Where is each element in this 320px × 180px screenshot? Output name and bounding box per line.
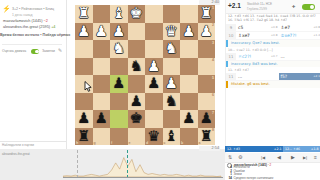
black-clock: 2:54	[199, 146, 220, 151]
move-white[interactable]: ♕c2?!+0.7	[236, 53, 279, 60]
engine-name: Stockfish 11+ HCE	[247, 2, 272, 6]
square[interactable]: ♚	[128, 5, 146, 23]
square[interactable]	[145, 23, 163, 41]
settings-button[interactable]: ⚙	[238, 154, 242, 161]
pencil-icon[interactable]: ✎	[58, 47, 62, 53]
engine-eval: +2.1	[228, 2, 241, 9]
square[interactable]: ♝c	[163, 128, 181, 146]
best-move-white[interactable]: 12. ♗d3+2.1	[225, 146, 283, 152]
file-label: g	[94, 141, 96, 145]
square[interactable]: ♚	[128, 110, 146, 128]
white-rook: ♜	[75, 5, 93, 23]
eval-graph[interactable]	[63, 150, 223, 178]
white-pawn: ♟	[110, 23, 128, 41]
black-king: ♚	[128, 110, 146, 128]
square[interactable]: ♟	[110, 23, 128, 41]
white-pawn: ♟	[180, 23, 198, 41]
white-clock: 2:40	[199, 0, 220, 5]
move-list: 9 c5+0.8 ♗e7+0.8 10 ♗xe7+0.8 ♔xe7?!+1.4 …	[226, 24, 320, 88]
square[interactable]	[128, 23, 146, 41]
black-pawn: ♟	[110, 75, 128, 93]
square[interactable]	[110, 58, 128, 76]
rank-label: 2	[212, 23, 214, 27]
square[interactable]: ♟	[145, 58, 163, 76]
square[interactable]: ♞	[128, 58, 146, 76]
rank-label: 1	[212, 6, 214, 10]
white-knight: ♞	[163, 40, 181, 58]
white-bishop: ♝	[110, 5, 128, 23]
graph-current-move-marker	[127, 150, 128, 178]
rank-label: 8	[212, 128, 214, 132]
square[interactable]: ♟	[145, 75, 163, 93]
analysis-page: ⚡ 3+2 • Рейтинговая • Блиц 1 день назад …	[0, 0, 320, 180]
square[interactable]	[180, 93, 198, 111]
square[interactable]: ♟	[75, 23, 93, 41]
square[interactable]: ♞	[163, 93, 181, 111]
white-pawn: ♟	[93, 23, 111, 41]
white-pawn: ♟	[145, 58, 163, 76]
move-row: 11 ... f5?+2.1	[226, 73, 320, 81]
square[interactable]: ♟7	[198, 110, 216, 128]
white-king: ♚	[128, 5, 146, 23]
square[interactable]	[163, 58, 181, 76]
square[interactable]: ♜	[75, 5, 93, 23]
menu-button[interactable]: ≡	[314, 154, 317, 161]
square[interactable]: ♞	[163, 40, 181, 58]
graph-baseline	[63, 177, 223, 178]
file-label: f	[111, 141, 112, 145]
square[interactable]: ♝	[110, 5, 128, 23]
square[interactable]: ♟	[93, 110, 111, 128]
rank-label: 6	[212, 93, 214, 97]
square[interactable]	[93, 93, 111, 111]
square[interactable]: ♟	[93, 23, 111, 41]
game-date: 1 день назад	[12, 13, 32, 17]
square[interactable]: ♟	[75, 110, 93, 128]
black-pawn: ♟	[145, 75, 163, 93]
square[interactable]	[163, 110, 181, 128]
threat-icon[interactable]: ✚	[292, 4, 295, 9]
move-row: 9 c5+0.8 ♗e7+0.8	[226, 24, 320, 32]
file-label: e	[129, 141, 131, 145]
black-pawn: ♟	[75, 110, 93, 128]
square[interactable]: f	[110, 128, 128, 146]
chess-board[interactable]: ♜♝♚♜1♟♟♟♛♟♟2♞♞3♞♟4♟♟♟5♟♞6♟♟♚♟♟7♜hgfe♛d♝c…	[75, 5, 215, 145]
square[interactable]	[75, 40, 93, 58]
move-row: 11 ♕c2?!+0.7 ...	[226, 53, 320, 61]
square[interactable]: ♞	[110, 40, 128, 58]
engine-toggle-label: Оценка движка	[2, 49, 26, 53]
white-pawn: ♟	[163, 75, 181, 93]
move-black[interactable]: ...	[279, 53, 320, 60]
file-label: c	[164, 141, 166, 145]
black-knight: ♞	[163, 93, 181, 111]
square[interactable]	[93, 40, 111, 58]
notes-tab[interactable]: Заметки	[42, 49, 55, 53]
square[interactable]	[180, 58, 198, 76]
file-label: b	[181, 141, 183, 145]
white-queen: ♛	[163, 23, 181, 41]
square[interactable]	[75, 58, 93, 76]
square[interactable]: ♛d	[145, 128, 163, 146]
eval-graph-svg	[63, 150, 223, 178]
square[interactable]	[128, 75, 146, 93]
square[interactable]: b	[180, 128, 198, 146]
engine-pv[interactable]: 12. ♗d3 ♗d6 13. ♗xe4 fxe4 14. ♕xe4 ♖f8 1…	[226, 14, 320, 23]
move-black-current[interactable]: f5?+2.1	[279, 73, 320, 80]
move-white[interactable]: ♗xe7+0.8	[236, 32, 279, 39]
best-move-bar[interactable]: 12. ♗d3+2.1 12... ♗d6+1.8	[225, 146, 320, 152]
square[interactable]: 5	[198, 75, 216, 93]
black-rating-diff: +4	[51, 25, 55, 29]
square[interactable]	[145, 5, 163, 23]
move-white[interactable]: ...	[236, 73, 279, 80]
divider	[0, 141, 66, 142]
game-result: Время белых истекло • Победа чёрных	[0, 33, 66, 37]
game-info-line: 3+2 • Рейтинговая • Блиц	[12, 7, 54, 11]
next-move-button[interactable]: ▶	[291, 154, 295, 161]
black-knight: ♞	[128, 58, 146, 76]
spectator-name[interactable]: alexandros-the-great	[2, 152, 30, 156]
move-comment: Inaccuracy. Qxe7 was best.	[226, 40, 320, 47]
square[interactable]	[145, 110, 163, 128]
file-label: a	[199, 141, 201, 145]
square[interactable]: ♟	[128, 93, 146, 111]
square[interactable]: ♜a8	[198, 128, 216, 146]
rank-label: 5	[212, 76, 214, 80]
square[interactable]: e	[128, 128, 146, 146]
black-pawn: ♟	[128, 93, 146, 111]
move-row: 10 ♗xe7+0.8 ♔xe7?!+1.4	[226, 32, 320, 40]
black-pawn: ♟	[180, 110, 198, 128]
best-move-black[interactable]: 12... ♗d6+1.8	[283, 146, 320, 152]
square[interactable]	[180, 5, 198, 23]
engine-toggle[interactable]	[31, 49, 39, 54]
summary-acpl[interactable]: 54Средняя потеря сантипешек	[225, 177, 320, 180]
black-pawn: ♟	[93, 110, 111, 128]
square[interactable]: ♜h	[75, 128, 93, 146]
square[interactable]	[180, 40, 198, 58]
square[interactable]: ♟2	[198, 23, 216, 41]
file-label: d	[146, 141, 148, 145]
move-comment: Inaccuracy. Bd3 was best.	[226, 61, 320, 68]
move-black[interactable]: ♗e7+0.8	[279, 24, 320, 31]
square[interactable]	[110, 110, 128, 128]
square[interactable]	[93, 5, 111, 23]
blitz-icon: ⚡	[2, 5, 11, 13]
game-info-panel: ⚡ 3+2 • Рейтинговая • Блиц 1 день назад …	[0, 0, 67, 149]
square[interactable]: ♜1	[198, 5, 216, 23]
square[interactable]: ♟	[180, 110, 198, 128]
square[interactable]: ♟	[180, 23, 198, 41]
black-player-link[interactable]: alexandros-the-great (2595) +4	[3, 25, 55, 29]
move-comment: Mistake. g6 was best.	[226, 81, 320, 88]
square[interactable]	[145, 93, 163, 111]
square[interactable]: 6	[198, 93, 216, 111]
square[interactable]: 3	[198, 40, 216, 58]
graph-marker	[77, 150, 78, 178]
square[interactable]	[93, 58, 111, 76]
square[interactable]: ♟	[110, 75, 128, 93]
white-player-link[interactable]: maxvarlamovich (1445) −2	[3, 19, 48, 23]
mouse-cursor	[84, 78, 92, 96]
engine-header: +2.1 Stockfish 11+ HCE Глубина 25/99 ✚	[226, 0, 320, 14]
white-pawn: ♟	[75, 23, 93, 41]
square[interactable]	[128, 40, 146, 58]
square[interactable]	[163, 5, 181, 23]
analysis-summary: maxvarlamovich (1445) −2 4Неточности 2Ош…	[225, 163, 320, 180]
square[interactable]	[180, 75, 198, 93]
control-toolbar: ⇅ ⚙ |◀ ◀ ▶ ▶| ≡	[225, 153, 320, 163]
flip-board-button[interactable]: ⇅	[228, 154, 232, 161]
square[interactable]	[110, 93, 128, 111]
prev-move-button[interactable]: ◀	[277, 154, 281, 161]
rank-label: 7	[212, 111, 214, 115]
move-black[interactable]: ♔xe7?!+1.4	[279, 32, 320, 39]
spectators-title: Наблюдатели в партии	[2, 143, 34, 147]
last-move-button[interactable]: ▶|	[303, 154, 307, 161]
rank-label: 4	[212, 58, 214, 62]
rank-label: 3	[212, 41, 214, 45]
square[interactable]	[145, 40, 163, 58]
move-white[interactable]: c5+0.8	[236, 24, 279, 31]
square[interactable]	[93, 75, 111, 93]
square[interactable]: 4	[198, 58, 216, 76]
square[interactable]: g	[93, 128, 111, 146]
white-knight: ♞	[110, 40, 128, 58]
first-move-button[interactable]: |◀	[261, 154, 265, 161]
divider	[2, 44, 62, 45]
square[interactable]: ♟	[163, 75, 181, 93]
bottom-strip: alexandros-the-great	[0, 149, 225, 180]
square[interactable]: ♛	[163, 23, 181, 41]
engine-switch[interactable]	[302, 4, 315, 11]
white-rating-diff: −2	[44, 19, 48, 23]
file-label: h	[76, 141, 78, 145]
engine-depth: Глубина 25/99	[247, 7, 267, 11]
